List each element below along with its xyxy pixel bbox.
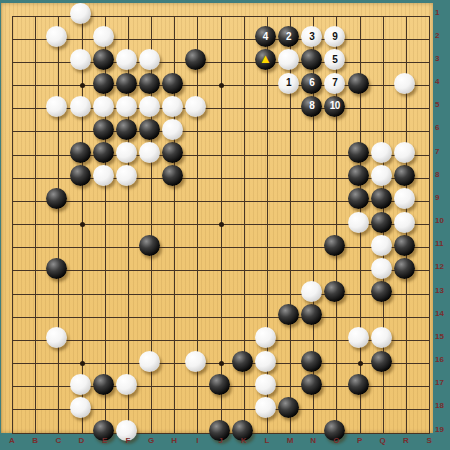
column-label: H <box>171 437 177 445</box>
goban[interactable]: 42▲681039517 <box>1 3 433 433</box>
black-stone[interactable] <box>185 49 206 70</box>
black-stone[interactable] <box>46 258 67 279</box>
black-stone[interactable] <box>46 188 67 209</box>
black-stone[interactable]: ▲ <box>255 49 276 70</box>
white-stone[interactable] <box>371 235 392 256</box>
move-number-label: 9 <box>332 32 337 42</box>
black-stone[interactable] <box>93 119 114 140</box>
row-label: 14 <box>435 310 444 318</box>
white-stone[interactable] <box>278 49 299 70</box>
row-label: 1 <box>435 9 439 17</box>
row-label: 19 <box>435 426 444 434</box>
move-number-label: 1 <box>286 78 291 88</box>
black-stone[interactable] <box>278 397 299 418</box>
white-stone[interactable] <box>139 142 160 163</box>
black-stone[interactable] <box>278 304 299 325</box>
white-stone[interactable] <box>371 142 392 163</box>
black-stone[interactable] <box>348 374 369 395</box>
black-stone[interactable] <box>324 281 345 302</box>
row-label: 17 <box>435 379 444 387</box>
black-stone[interactable] <box>301 49 322 70</box>
column-label: K <box>241 437 247 445</box>
row-label: 16 <box>435 356 444 364</box>
white-stone[interactable]: 5 <box>324 49 345 70</box>
black-stone[interactable] <box>139 235 160 256</box>
white-stone[interactable] <box>93 165 114 186</box>
move-number-label: 4 <box>263 32 268 42</box>
black-stone[interactable] <box>301 304 322 325</box>
column-label: F <box>125 437 130 445</box>
row-label: 11 <box>435 240 443 248</box>
black-stone[interactable]: 4 <box>255 26 276 47</box>
black-stone[interactable] <box>348 73 369 94</box>
black-stone[interactable] <box>162 142 183 163</box>
black-stone[interactable]: 2 <box>278 26 299 47</box>
move-number-label: 10 <box>330 101 340 111</box>
row-label: 7 <box>435 148 439 156</box>
row-label: 13 <box>435 287 444 295</box>
white-stone[interactable] <box>371 327 392 348</box>
row-label: 8 <box>435 171 439 179</box>
white-stone[interactable]: 1 <box>278 73 299 94</box>
move-number-label: 7 <box>332 78 337 88</box>
white-stone[interactable]: 9 <box>324 26 345 47</box>
black-stone[interactable] <box>209 374 230 395</box>
row-label: 15 <box>435 333 444 341</box>
white-stone[interactable] <box>116 165 137 186</box>
black-stone[interactable]: 8 <box>301 96 322 117</box>
black-stone[interactable] <box>93 73 114 94</box>
white-stone[interactable] <box>139 96 160 117</box>
star-point <box>219 361 224 366</box>
row-label: 2 <box>435 32 439 40</box>
white-stone[interactable] <box>70 397 91 418</box>
black-stone[interactable]: 6 <box>301 73 322 94</box>
white-stone[interactable] <box>46 96 67 117</box>
black-stone[interactable] <box>162 73 183 94</box>
white-stone[interactable]: 7 <box>324 73 345 94</box>
black-stone[interactable] <box>371 351 392 372</box>
black-stone[interactable] <box>348 188 369 209</box>
white-stone[interactable] <box>394 188 415 209</box>
black-stone[interactable] <box>139 119 160 140</box>
white-stone[interactable] <box>185 96 206 117</box>
black-stone[interactable]: 10 <box>324 96 345 117</box>
column-label: P <box>357 437 362 445</box>
column-label: R <box>403 437 409 445</box>
white-stone[interactable] <box>93 96 114 117</box>
go-app-window: 42▲681039517 ABCDEFGHIJKLMNOPQRS 1234567… <box>0 0 450 450</box>
row-label: 18 <box>435 402 444 410</box>
black-stone[interactable] <box>394 165 415 186</box>
black-stone[interactable] <box>93 374 114 395</box>
black-stone[interactable] <box>70 165 91 186</box>
star-point <box>219 83 224 88</box>
black-stone[interactable] <box>139 73 160 94</box>
column-label: D <box>79 437 85 445</box>
row-label: 6 <box>435 124 439 132</box>
column-label: G <box>148 437 154 445</box>
black-stone[interactable] <box>162 165 183 186</box>
white-stone[interactable] <box>116 96 137 117</box>
white-stone[interactable] <box>185 351 206 372</box>
white-stone[interactable] <box>46 26 67 47</box>
grid-line-vertical <box>429 16 430 434</box>
column-label: A <box>9 437 15 445</box>
white-stone[interactable] <box>371 258 392 279</box>
column-label: E <box>102 437 107 445</box>
white-stone[interactable] <box>70 374 91 395</box>
white-stone[interactable] <box>162 96 183 117</box>
column-label: M <box>287 437 294 445</box>
white-stone[interactable] <box>139 49 160 70</box>
black-stone[interactable] <box>301 374 322 395</box>
white-stone[interactable] <box>93 26 114 47</box>
black-stone[interactable] <box>93 142 114 163</box>
black-stone[interactable] <box>301 351 322 372</box>
black-stone[interactable] <box>324 235 345 256</box>
star-point <box>219 222 224 227</box>
white-stone[interactable] <box>348 327 369 348</box>
column-label: J <box>218 437 222 445</box>
white-stone[interactable] <box>70 96 91 117</box>
grid-line-horizontal <box>12 294 430 295</box>
row-label: 12 <box>435 263 444 271</box>
white-stone[interactable] <box>394 142 415 163</box>
white-stone[interactable] <box>116 49 137 70</box>
black-stone[interactable] <box>348 142 369 163</box>
black-stone[interactable] <box>394 258 415 279</box>
black-stone[interactable] <box>116 73 137 94</box>
row-label: 10 <box>435 217 444 225</box>
white-stone[interactable] <box>255 351 276 372</box>
black-stone[interactable] <box>371 188 392 209</box>
star-point <box>80 361 85 366</box>
black-stone[interactable] <box>232 351 253 372</box>
black-stone[interactable] <box>348 165 369 186</box>
grid-line-horizontal <box>12 247 430 248</box>
white-stone[interactable] <box>162 119 183 140</box>
white-stone[interactable] <box>46 327 67 348</box>
triangle-marker-icon: ▲ <box>259 52 272 65</box>
black-stone[interactable] <box>116 119 137 140</box>
star-point <box>80 83 85 88</box>
white-stone[interactable] <box>394 212 415 233</box>
white-stone[interactable] <box>394 73 415 94</box>
white-stone[interactable]: 3 <box>301 26 322 47</box>
row-label: 4 <box>435 78 439 86</box>
move-number-label: 6 <box>309 78 314 88</box>
white-stone[interactable] <box>116 142 137 163</box>
white-stone[interactable] <box>116 374 137 395</box>
white-stone[interactable] <box>301 281 322 302</box>
black-stone[interactable] <box>371 212 392 233</box>
white-stone[interactable] <box>348 212 369 233</box>
black-stone[interactable] <box>371 281 392 302</box>
star-point <box>358 361 363 366</box>
row-label: 9 <box>435 194 439 202</box>
move-number-label: 5 <box>332 55 337 65</box>
row-label: 3 <box>435 55 439 63</box>
white-stone[interactable] <box>255 327 276 348</box>
white-stone[interactable] <box>371 165 392 186</box>
star-point <box>80 222 85 227</box>
white-stone[interactable] <box>70 49 91 70</box>
move-number-label: 3 <box>309 32 314 42</box>
white-stone[interactable] <box>70 3 91 24</box>
move-number-label: 2 <box>286 32 291 42</box>
white-stone[interactable] <box>255 397 276 418</box>
black-stone[interactable] <box>394 235 415 256</box>
column-label: Q <box>380 437 386 445</box>
row-label: 5 <box>435 101 439 109</box>
column-label: S <box>426 437 431 445</box>
column-label: L <box>264 437 269 445</box>
column-label: N <box>310 437 316 445</box>
column-label: O <box>333 437 339 445</box>
move-number-label: 8 <box>309 101 314 111</box>
column-label: B <box>32 437 38 445</box>
column-label: C <box>55 437 61 445</box>
grid-line-horizontal <box>12 270 430 271</box>
white-stone[interactable] <box>139 351 160 372</box>
white-stone[interactable] <box>255 374 276 395</box>
black-stone[interactable] <box>70 142 91 163</box>
grid-line-horizontal <box>12 317 430 318</box>
column-label: I <box>196 437 198 445</box>
black-stone[interactable] <box>93 49 114 70</box>
